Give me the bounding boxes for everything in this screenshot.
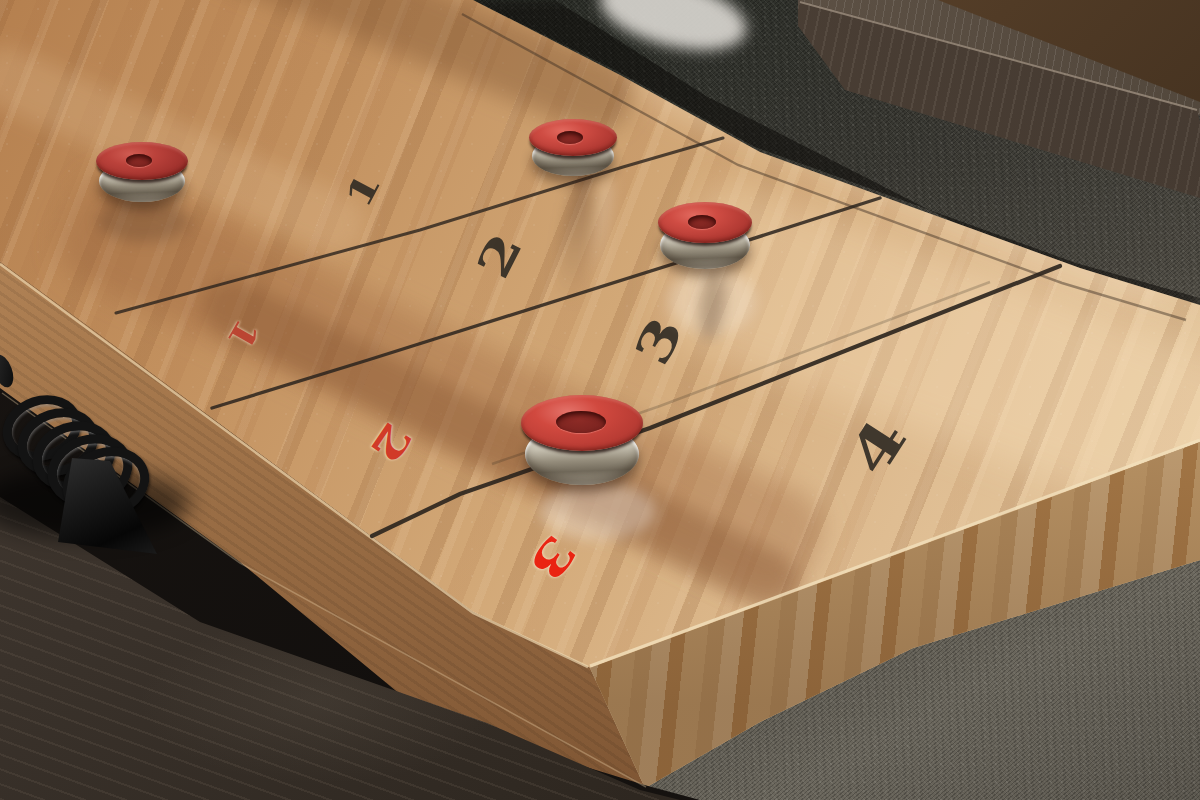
puck-cap-hole bbox=[126, 154, 152, 167]
puck-cap-hole bbox=[557, 131, 583, 144]
shuffleboard-table-scene: 1 2 3 4 1 2 3 bbox=[0, 0, 1200, 800]
puck-cap-hole bbox=[556, 411, 606, 433]
puck-reflection bbox=[540, 482, 656, 540]
puck-reflection bbox=[98, 200, 190, 242]
puck-cap-hole bbox=[688, 215, 716, 229]
